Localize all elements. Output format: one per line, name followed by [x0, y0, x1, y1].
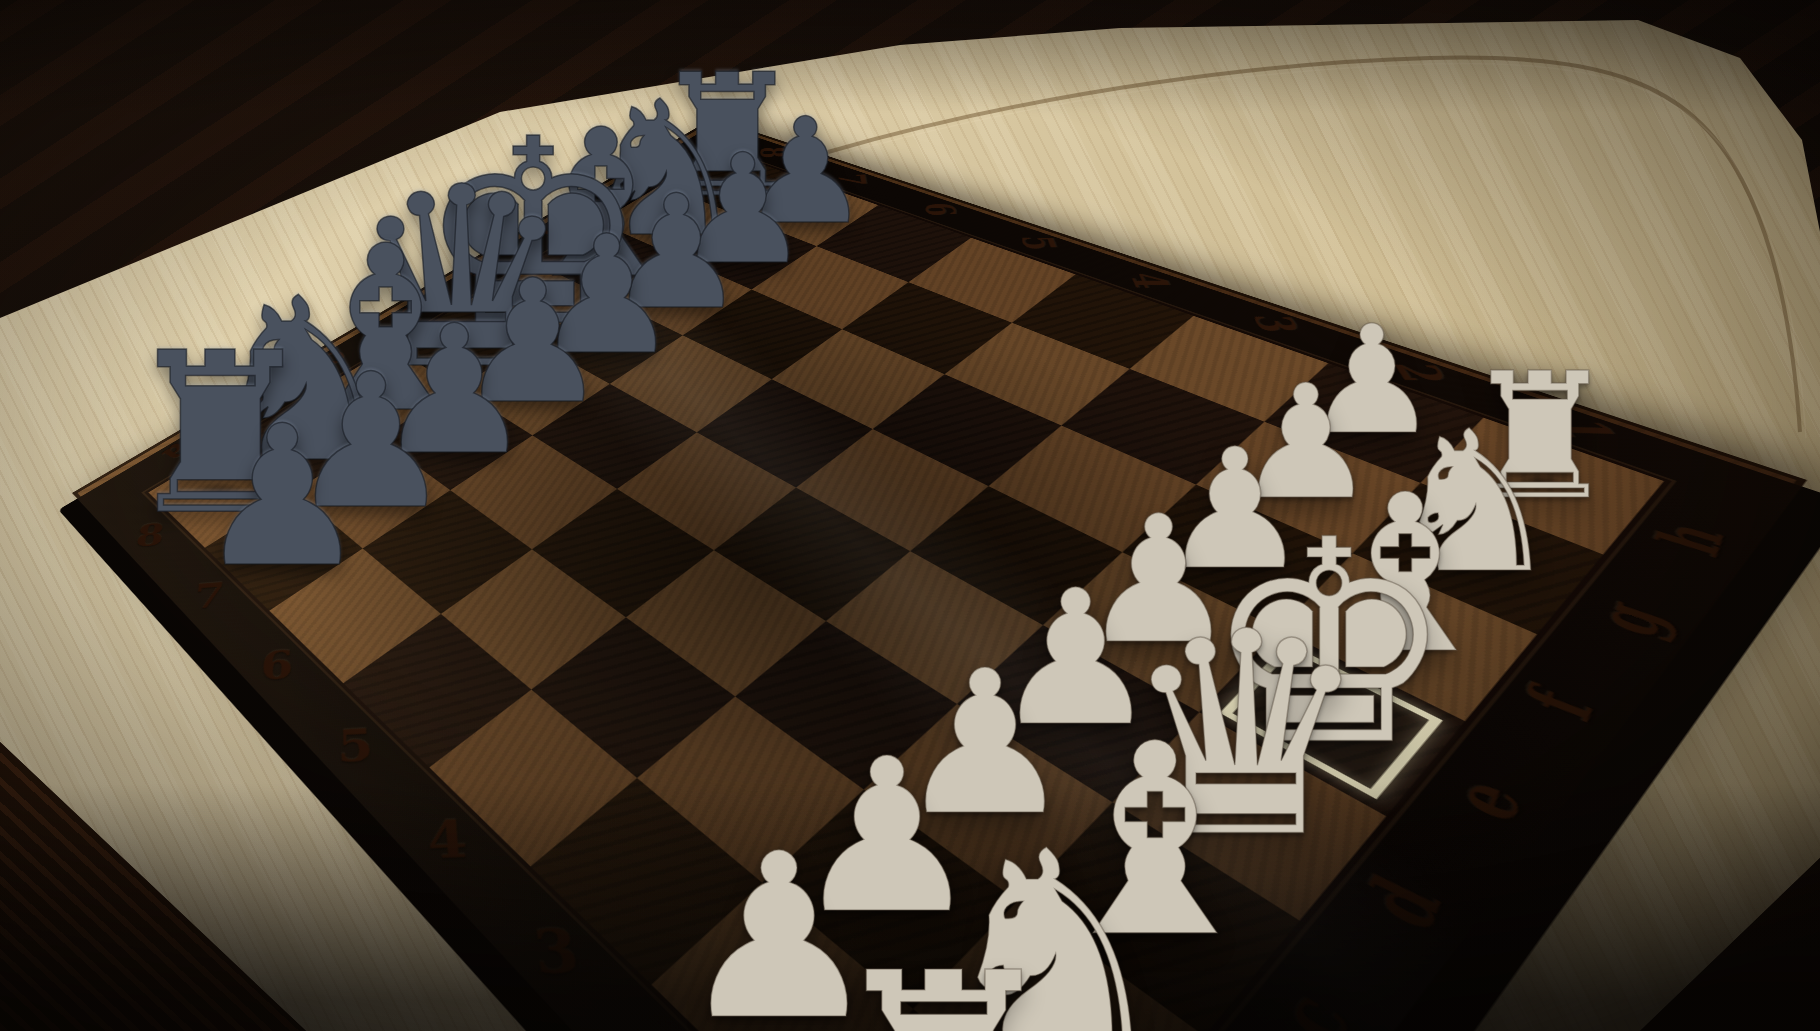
- coordinate-label: 5: [337, 718, 374, 772]
- coordinate-label: 4: [1119, 273, 1181, 289]
- coordinate-label: 5: [1012, 236, 1067, 251]
- chess-game-scene: 1122334455667788aabbccddeeffgghh ♜♞♝♛♚♝♞…: [0, 0, 1820, 1031]
- coordinate-label: 4: [426, 809, 470, 871]
- piece-white-rook[interactable]: ♜: [820, 936, 1067, 1031]
- coordinate-label: 3: [1241, 315, 1311, 333]
- coordinate-label: 6: [259, 641, 294, 689]
- coordinate-label: 6: [916, 203, 966, 217]
- piece-black-pawn[interactable]: ♟: [195, 400, 369, 594]
